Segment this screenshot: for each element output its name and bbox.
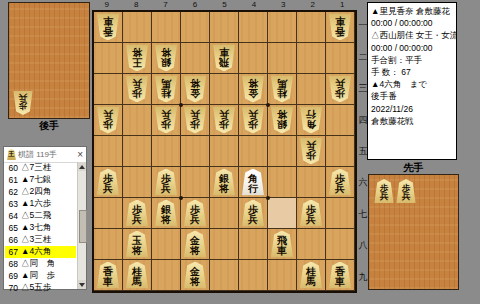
board-square-51 — [210, 12, 239, 43]
board-square-57 — [210, 198, 239, 229]
piece-kanji: 歩 — [248, 204, 258, 214]
board-square-67: 歩兵 — [181, 198, 210, 229]
piece-gote: 金将 — [242, 76, 265, 103]
piece-gote: 金将 — [184, 76, 207, 103]
piece-kanji: 兵 — [103, 183, 113, 193]
star-point — [179, 196, 183, 200]
hand-piece-sente: 歩兵 — [396, 179, 416, 203]
info-line: 倉敷藤花戦 — [371, 115, 456, 127]
hand-piece-sente: 歩兵 — [374, 179, 394, 203]
piece-gote: 歩兵 — [126, 76, 149, 103]
move-text: ▲7七銀 — [21, 174, 51, 186]
board-square-88: 玉将 — [123, 229, 152, 260]
move-number: 63 — [5, 199, 18, 209]
board-square-95 — [94, 136, 123, 167]
piece-kanji: 香 — [103, 266, 113, 276]
board-square-31 — [268, 12, 297, 43]
board-square-64: 歩兵 — [181, 105, 210, 136]
board-square-41 — [239, 12, 268, 43]
board-square-96: 歩兵 — [94, 167, 123, 198]
board-square-36 — [268, 167, 297, 198]
gote-komadai: 歩兵 — [8, 2, 90, 119]
board-square-65 — [181, 136, 210, 167]
piece-kanji: 歩 — [19, 102, 28, 111]
piece-sente: 金将 — [184, 262, 207, 289]
move-number: 66 — [5, 235, 18, 245]
board-square-49 — [239, 260, 268, 291]
piece-kanji: 歩 — [335, 173, 345, 183]
board-square-86 — [123, 167, 152, 198]
piece-kanji: 兵 — [190, 109, 200, 119]
move-text: △同 角 — [21, 258, 55, 270]
piece-kanji: 兵 — [306, 140, 316, 150]
board-square-14 — [326, 105, 355, 136]
board-square-11: 香車 — [326, 12, 355, 43]
move-text: ▲4六角 — [21, 246, 51, 258]
piece-gote: 桂馬 — [155, 76, 178, 103]
piece-gote: 歩兵 — [155, 107, 178, 134]
board-square-72: 銀将 — [152, 43, 181, 74]
piece-sente: 玉将 — [126, 231, 149, 258]
scroll-up-icon[interactable] — [78, 162, 86, 171]
board-square-48 — [239, 229, 268, 260]
board-square-74: 歩兵 — [152, 105, 181, 136]
file-label: 5 — [210, 0, 239, 10]
move-text: △2四角 — [21, 186, 51, 198]
move-list-item[interactable]: 68△同 角 — [5, 258, 76, 270]
board-square-92 — [94, 43, 123, 74]
move-list-item[interactable]: 63▲1六歩 — [5, 198, 76, 210]
move-text: △3三桂 — [21, 234, 51, 246]
board-square-61 — [181, 12, 210, 43]
file-label: 1 — [328, 0, 357, 10]
board-square-69: 金将 — [181, 260, 210, 291]
piece-kanji: 王 — [132, 57, 142, 67]
piece-sente: 銀将 — [213, 169, 236, 196]
board-square-91: 香車 — [94, 12, 123, 43]
board-square-76: 歩兵 — [152, 167, 181, 198]
piece-kanji: 将 — [190, 245, 200, 255]
board-square-84 — [123, 105, 152, 136]
piece-sente: 歩兵 — [242, 200, 265, 227]
piece-kanji: 桂 — [132, 266, 142, 276]
piece-kanji: 馬 — [306, 276, 316, 286]
board-square-38: 飛車 — [268, 229, 297, 260]
board-square-15 — [326, 136, 355, 167]
move-number: 68 — [5, 259, 18, 269]
move-number: 62 — [5, 187, 18, 197]
move-text: ▲3七角 — [21, 222, 51, 234]
piece-kanji: 金 — [190, 88, 200, 98]
move-list-title: 棋譜 119手 — [18, 149, 57, 160]
piece-sente: 桂馬 — [126, 262, 149, 289]
piece-kanji: 玉 — [132, 235, 142, 245]
board-square-81 — [123, 12, 152, 43]
board-square-89: 桂馬 — [123, 260, 152, 291]
board-square-45 — [239, 136, 268, 167]
piece-kanji: 香 — [103, 26, 113, 36]
sente-label: 先手 — [368, 161, 459, 175]
piece-kanji: 金 — [190, 235, 200, 245]
move-text: ▲1六歩 — [21, 198, 51, 210]
piece-gote: 歩兵 — [97, 107, 120, 134]
piece-kanji: 金 — [248, 88, 258, 98]
move-list-item[interactable]: 67▲4六角 — [5, 246, 76, 258]
move-list-item[interactable]: 61▲7七銀 — [5, 174, 76, 186]
move-number: 61 — [5, 175, 18, 185]
piece-kanji: 歩 — [132, 204, 142, 214]
file-label: 4 — [239, 0, 268, 10]
piece-kanji: 兵 — [19, 94, 28, 103]
board-square-85 — [123, 136, 152, 167]
piece-gote: 桂馬 — [271, 76, 294, 103]
piece-kanji: 角 — [248, 173, 258, 183]
piece-kanji: 車 — [103, 276, 113, 286]
close-icon[interactable]: × — [77, 150, 83, 160]
board-square-39 — [268, 260, 297, 291]
piece-sente: 歩兵 — [329, 169, 352, 196]
piece-kanji: 桂 — [277, 88, 287, 98]
star-point — [266, 103, 270, 107]
info-line: ▲4六角 まで — [371, 78, 456, 90]
move-text: ▲同 歩 — [21, 270, 55, 282]
move-text: △7三桂 — [21, 162, 51, 174]
info-line: △西山朋佳 女王・女流 — [371, 29, 456, 41]
piece-gote: 歩兵 — [329, 76, 352, 103]
piece-kanji: 行 — [306, 109, 316, 119]
piece-kanji: 将 — [132, 245, 142, 255]
piece-sente: 香車 — [97, 262, 120, 289]
piece-kanji: 車 — [103, 16, 113, 26]
move-list-item[interactable]: 65▲3七角 — [5, 222, 76, 234]
piece-kanji: 兵 — [190, 214, 200, 224]
piece-kanji: 兵 — [248, 214, 258, 224]
board-square-16: 歩兵 — [326, 167, 355, 198]
shogi-kifu-viewer: 歩兵 後手 987654321 一二三四五六七八九 香車香車王将銀将飛車歩兵桂馬… — [0, 0, 480, 304]
piece-kanji: 香 — [335, 26, 345, 36]
piece-kanji: 行 — [248, 183, 258, 193]
board-square-46: 角行 — [239, 167, 268, 198]
move-text: △5五歩 — [21, 282, 51, 294]
piece-sente: 歩兵 — [126, 200, 149, 227]
piece-sente: 歩兵 — [300, 200, 323, 227]
file-label: 7 — [151, 0, 180, 10]
piece-kanji: 将 — [161, 47, 171, 57]
move-number: 60 — [5, 163, 18, 173]
piece-kanji: 兵 — [132, 214, 142, 224]
info-line: 00:00 / 00:00:00 — [371, 17, 456, 29]
piece-kanji: 兵 — [306, 214, 316, 224]
piece-sente: 香車 — [329, 262, 352, 289]
piece-gote: 歩兵 — [300, 138, 323, 165]
board-square-79 — [152, 260, 181, 291]
board-square-35 — [268, 136, 297, 167]
info-line: ▲里見香奈 倉敷藤花 — [371, 5, 456, 17]
piece-sente: 金将 — [184, 231, 207, 258]
file-coordinates: 987654321 — [92, 0, 357, 10]
piece-sente: 銀将 — [155, 200, 178, 227]
board-square-56: 銀将 — [210, 167, 239, 198]
hand-piece-gote: 歩兵 — [13, 91, 33, 115]
piece-kanji: 将 — [132, 47, 142, 57]
piece-kanji: 歩 — [306, 150, 316, 160]
board-square-87: 歩兵 — [123, 198, 152, 229]
board-square-71 — [152, 12, 181, 43]
board-square-28 — [297, 229, 326, 260]
scrollbar-thumb[interactable] — [79, 210, 87, 242]
piece-gote: 香車 — [329, 14, 352, 41]
move-list-titlebar: 王 棋譜 119手 × — [4, 147, 86, 163]
board-square-47: 歩兵 — [239, 198, 268, 229]
move-list-item[interactable]: 62△2四角 — [5, 186, 76, 198]
move-number: 69 — [5, 271, 18, 281]
shogi-piece-icon: 王 — [7, 149, 16, 160]
board-square-44: 歩兵 — [239, 105, 268, 136]
move-list-item[interactable]: 70△5五歩 — [5, 282, 76, 294]
piece-kanji: 馬 — [277, 78, 287, 88]
piece-kanji: 歩 — [306, 204, 316, 214]
board-square-22 — [297, 43, 326, 74]
piece-kanji: 将 — [190, 276, 200, 286]
move-list-item[interactable]: 66△3三桂 — [5, 234, 76, 246]
piece-kanji: 兵 — [103, 109, 113, 119]
piece-kanji: 歩 — [190, 204, 200, 214]
piece-kanji: 将 — [277, 109, 287, 119]
star-point — [179, 103, 183, 107]
piece-kanji: 兵 — [132, 78, 142, 88]
board-square-26 — [297, 167, 326, 198]
piece-kanji: 歩 — [248, 119, 258, 129]
board-square-94: 歩兵 — [94, 105, 123, 136]
piece-sente: 桂馬 — [300, 262, 323, 289]
piece-kanji: 兵 — [161, 183, 171, 193]
piece-kanji: 将 — [190, 78, 200, 88]
file-label: 6 — [180, 0, 209, 10]
move-list-panel: 王 棋譜 119手 × 60△7三桂61▲7七銀62△2四角63▲1六歩64△5… — [3, 146, 87, 290]
board-square-83: 歩兵 — [123, 74, 152, 105]
piece-kanji: 兵 — [380, 192, 389, 201]
sente-hand-pieces: 歩兵歩兵 — [374, 179, 416, 203]
piece-kanji: 歩 — [103, 173, 113, 183]
piece-gote: 飛車 — [213, 45, 236, 72]
piece-kanji: 兵 — [335, 78, 345, 88]
board-square-32 — [268, 43, 297, 74]
board-square-34: 銀将 — [268, 105, 297, 136]
piece-kanji: 飛 — [219, 57, 229, 67]
piece-kanji: 銀 — [161, 204, 171, 214]
piece-kanji: 車 — [219, 47, 229, 57]
piece-kanji: 車 — [335, 276, 345, 286]
piece-kanji: 銀 — [277, 119, 287, 129]
move-number: 70 — [5, 283, 18, 293]
info-line: 00:00 / 00:00:00 — [371, 42, 456, 54]
board-square-78 — [152, 229, 181, 260]
piece-gote: 銀将 — [271, 107, 294, 134]
star-point — [266, 196, 270, 200]
board-square-19: 香車 — [326, 260, 355, 291]
board-grid: 香車香車王将銀将飛車歩兵桂馬金将金将桂馬歩兵歩兵歩兵歩兵歩兵歩兵銀将角行歩兵歩兵… — [94, 12, 355, 291]
piece-gote: 角行 — [300, 107, 323, 134]
piece-sente: 飛車 — [271, 231, 294, 258]
piece-kanji: 将 — [161, 214, 171, 224]
move-list-item[interactable]: 64△5二飛 — [5, 210, 76, 222]
piece-kanji: 飛 — [277, 235, 287, 245]
board-square-73: 桂馬 — [152, 74, 181, 105]
move-number: 64 — [5, 211, 18, 221]
piece-kanji: 将 — [248, 78, 258, 88]
board-square-12 — [326, 43, 355, 74]
piece-kanji: 車 — [335, 16, 345, 26]
board-square-53 — [210, 74, 239, 105]
board-square-33: 桂馬 — [268, 74, 297, 105]
piece-sente: 歩兵 — [155, 169, 178, 196]
file-label: 9 — [92, 0, 121, 10]
board-square-58 — [210, 229, 239, 260]
piece-kanji: 馬 — [132, 276, 142, 286]
piece-gote: 香車 — [97, 14, 120, 41]
board-square-68: 金将 — [181, 229, 210, 260]
board-square-17 — [326, 198, 355, 229]
board-square-75 — [152, 136, 181, 167]
piece-kanji: 銀 — [161, 57, 171, 67]
board-square-98 — [94, 229, 123, 260]
piece-kanji: 兵 — [402, 192, 411, 201]
move-list-item[interactable]: 69▲同 歩 — [5, 270, 76, 282]
board-square-29: 桂馬 — [297, 260, 326, 291]
piece-kanji: 兵 — [161, 109, 171, 119]
move-number: 65 — [5, 223, 18, 233]
piece-kanji: 香 — [335, 266, 345, 276]
board-square-54: 歩兵 — [210, 105, 239, 136]
gote-label: 後手 — [8, 119, 90, 133]
piece-kanji: 歩 — [219, 119, 229, 129]
board-square-27: 歩兵 — [297, 198, 326, 229]
game-info-panel: ▲里見香奈 倉敷藤花00:00 / 00:00:00△西山朋佳 女王・女流00:… — [367, 2, 457, 160]
piece-kanji: 兵 — [219, 109, 229, 119]
piece-kanji: 歩 — [161, 173, 171, 183]
piece-sente: 角行 — [242, 169, 265, 196]
board-square-99: 香車 — [94, 260, 123, 291]
board-square-21 — [297, 12, 326, 43]
board-square-66 — [181, 167, 210, 198]
file-label: 3 — [269, 0, 298, 10]
piece-sente: 歩兵 — [184, 200, 207, 227]
board-square-13: 歩兵 — [326, 74, 355, 105]
board-square-63: 金将 — [181, 74, 210, 105]
scroll-down-icon[interactable] — [78, 280, 86, 289]
piece-gote: 歩兵 — [213, 107, 236, 134]
piece-kanji: 歩 — [190, 119, 200, 129]
piece-kanji: 車 — [277, 245, 287, 255]
info-line: 手合割：平手 — [371, 54, 456, 66]
piece-kanji: 歩 — [161, 119, 171, 129]
info-line: 後手番 — [371, 90, 456, 102]
file-label: 8 — [121, 0, 150, 10]
piece-gote: 歩兵 — [242, 107, 265, 134]
board-square-23 — [297, 74, 326, 105]
board-square-59 — [210, 260, 239, 291]
board-square-62 — [181, 43, 210, 74]
piece-kanji: 角 — [306, 119, 316, 129]
piece-kanji: 兵 — [248, 109, 258, 119]
sente-komadai: 歩兵歩兵 — [368, 174, 459, 290]
move-list-item[interactable]: 60△7三桂 — [5, 162, 76, 174]
move-number: 67 — [5, 247, 18, 257]
shogi-board: 香車香車王将銀将飛車歩兵桂馬金将金将桂馬歩兵歩兵歩兵歩兵歩兵歩兵銀将角行歩兵歩兵… — [92, 10, 357, 293]
file-label: 2 — [298, 0, 327, 10]
board-square-25: 歩兵 — [297, 136, 326, 167]
piece-kanji: 歩 — [132, 88, 142, 98]
board-square-18 — [326, 229, 355, 260]
piece-kanji: 銀 — [219, 173, 229, 183]
board-square-97 — [94, 198, 123, 229]
move-list-scrollbar[interactable] — [77, 162, 86, 289]
gote-hand-pieces: 歩兵 — [13, 91, 33, 115]
piece-kanji: 歩 — [103, 119, 113, 129]
board-square-42 — [239, 43, 268, 74]
info-line: 手 数： 67 — [371, 66, 456, 78]
piece-sente: 歩兵 — [97, 169, 120, 196]
piece-kanji: 将 — [219, 183, 229, 193]
piece-kanji: 歩 — [335, 88, 345, 98]
board-square-93 — [94, 74, 123, 105]
piece-kanji: 兵 — [335, 183, 345, 193]
move-list: 60△7三桂61▲7七銀62△2四角63▲1六歩64△5二飛65▲3七角66△3… — [5, 162, 76, 288]
info-line: 2022/11/26 — [371, 103, 456, 115]
board-square-52: 飛車 — [210, 43, 239, 74]
piece-kanji: 桂 — [306, 266, 316, 276]
piece-kanji: 金 — [190, 266, 200, 276]
board-square-24: 角行 — [297, 105, 326, 136]
board-square-77: 銀将 — [152, 198, 181, 229]
piece-gote: 歩兵 — [184, 107, 207, 134]
piece-kanji: 馬 — [161, 78, 171, 88]
move-text: △5二飛 — [21, 210, 51, 222]
piece-kanji: 桂 — [161, 88, 171, 98]
piece-gote: 銀将 — [155, 45, 178, 72]
board-square-37 — [268, 198, 297, 229]
board-square-82: 王将 — [123, 43, 152, 74]
board-square-55 — [210, 136, 239, 167]
piece-gote: 王将 — [126, 45, 149, 72]
board-square-43: 金将 — [239, 74, 268, 105]
